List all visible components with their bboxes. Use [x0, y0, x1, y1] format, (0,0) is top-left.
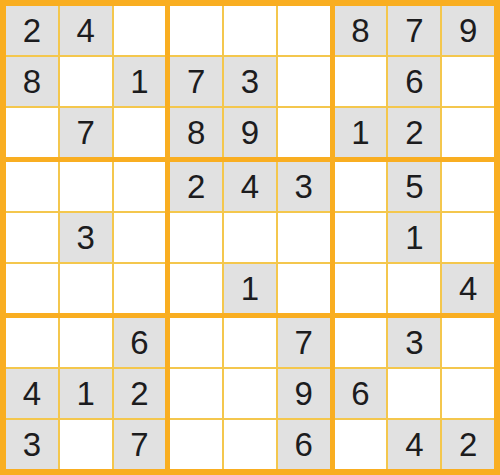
cell-r2c2[interactable]: [60, 57, 112, 106]
cell-r2c5[interactable]: 3: [224, 57, 276, 106]
cell-r9c6[interactable]: 6: [278, 420, 330, 469]
cell-r8c7[interactable]: 6: [335, 369, 387, 418]
cell-r1c9[interactable]: 9: [442, 6, 494, 55]
cell-r3c3[interactable]: [114, 108, 166, 157]
sudoku-box-1: 24817: [6, 6, 165, 157]
cell-r8c4[interactable]: [170, 369, 222, 418]
cell-r4c3[interactable]: [114, 162, 166, 211]
cell-r5c9[interactable]: [442, 213, 494, 262]
cell-r5c6[interactable]: [278, 213, 330, 262]
cell-r1c8[interactable]: 7: [388, 6, 440, 55]
cell-r2c9[interactable]: [442, 57, 494, 106]
cell-r4c6[interactable]: 3: [278, 162, 330, 211]
cell-r6c8[interactable]: [388, 264, 440, 313]
cell-r4c9[interactable]: [442, 162, 494, 211]
sudoku-box-7: 641237: [6, 318, 165, 469]
cell-r4c5[interactable]: 4: [224, 162, 276, 211]
cell-r5c8[interactable]: 1: [388, 213, 440, 262]
cell-r2c7[interactable]: [335, 57, 387, 106]
cell-r2c8[interactable]: 6: [388, 57, 440, 106]
cell-r6c5[interactable]: 1: [224, 264, 276, 313]
cell-r3c7[interactable]: 1: [335, 108, 387, 157]
cell-r9c5[interactable]: [224, 420, 276, 469]
cell-r1c7[interactable]: 8: [335, 6, 387, 55]
sudoku-box-4: 3: [6, 162, 165, 313]
sudoku-box-3: 879612: [335, 6, 494, 157]
cell-r9c1[interactable]: 3: [6, 420, 58, 469]
cell-r3c5[interactable]: 9: [224, 108, 276, 157]
cell-r4c2[interactable]: [60, 162, 112, 211]
cell-r7c4[interactable]: [170, 318, 222, 367]
cell-r9c7[interactable]: [335, 420, 387, 469]
cell-r2c1[interactable]: 8: [6, 57, 58, 106]
cell-r1c1[interactable]: 2: [6, 6, 58, 55]
sudoku-board: 248177389879612324315146412377963642: [0, 0, 500, 475]
cell-r3c4[interactable]: 8: [170, 108, 222, 157]
cell-r9c4[interactable]: [170, 420, 222, 469]
cell-r3c9[interactable]: [442, 108, 494, 157]
cell-r7c6[interactable]: 7: [278, 318, 330, 367]
cell-r6c7[interactable]: [335, 264, 387, 313]
cell-r9c9[interactable]: 2: [442, 420, 494, 469]
cell-r8c5[interactable]: [224, 369, 276, 418]
cell-r8c2[interactable]: 1: [60, 369, 112, 418]
cell-r7c8[interactable]: 3: [388, 318, 440, 367]
cell-r7c2[interactable]: [60, 318, 112, 367]
cell-r3c6[interactable]: [278, 108, 330, 157]
cell-r1c3[interactable]: [114, 6, 166, 55]
cell-r5c2[interactable]: 3: [60, 213, 112, 262]
cell-r8c1[interactable]: 4: [6, 369, 58, 418]
cell-r4c7[interactable]: [335, 162, 387, 211]
cell-r5c5[interactable]: [224, 213, 276, 262]
cell-r1c2[interactable]: 4: [60, 6, 112, 55]
cell-r2c3[interactable]: 1: [114, 57, 166, 106]
sudoku-box-5: 2431: [170, 162, 329, 313]
cell-r4c4[interactable]: 2: [170, 162, 222, 211]
cell-r7c7[interactable]: [335, 318, 387, 367]
cell-r5c1[interactable]: [6, 213, 58, 262]
sudoku-box-8: 796: [170, 318, 329, 469]
cell-r9c8[interactable]: 4: [388, 420, 440, 469]
cell-r2c6[interactable]: [278, 57, 330, 106]
cell-r9c2[interactable]: [60, 420, 112, 469]
cell-r6c3[interactable]: [114, 264, 166, 313]
cell-r5c7[interactable]: [335, 213, 387, 262]
cell-r2c4[interactable]: 7: [170, 57, 222, 106]
sudoku-box-6: 514: [335, 162, 494, 313]
cell-r9c3[interactable]: 7: [114, 420, 166, 469]
cell-r6c6[interactable]: [278, 264, 330, 313]
sudoku-box-2: 7389: [170, 6, 329, 157]
cell-r3c1[interactable]: [6, 108, 58, 157]
cell-r5c3[interactable]: [114, 213, 166, 262]
cell-r7c3[interactable]: 6: [114, 318, 166, 367]
cell-r8c8[interactable]: [388, 369, 440, 418]
cell-r5c4[interactable]: [170, 213, 222, 262]
cell-r7c9[interactable]: [442, 318, 494, 367]
cell-r7c5[interactable]: [224, 318, 276, 367]
cell-r8c6[interactable]: 9: [278, 369, 330, 418]
sudoku-box-9: 3642: [335, 318, 494, 469]
cell-r1c4[interactable]: [170, 6, 222, 55]
cell-r1c6[interactable]: [278, 6, 330, 55]
cell-r4c8[interactable]: 5: [388, 162, 440, 211]
cell-r3c8[interactable]: 2: [388, 108, 440, 157]
cell-r4c1[interactable]: [6, 162, 58, 211]
cell-r8c3[interactable]: 2: [114, 369, 166, 418]
cell-r6c9[interactable]: 4: [442, 264, 494, 313]
cell-r6c1[interactable]: [6, 264, 58, 313]
cell-r6c2[interactable]: [60, 264, 112, 313]
cell-r3c2[interactable]: 7: [60, 108, 112, 157]
cell-r1c5[interactable]: [224, 6, 276, 55]
cell-r6c4[interactable]: [170, 264, 222, 313]
cell-r7c1[interactable]: [6, 318, 58, 367]
cell-r8c9[interactable]: [442, 369, 494, 418]
